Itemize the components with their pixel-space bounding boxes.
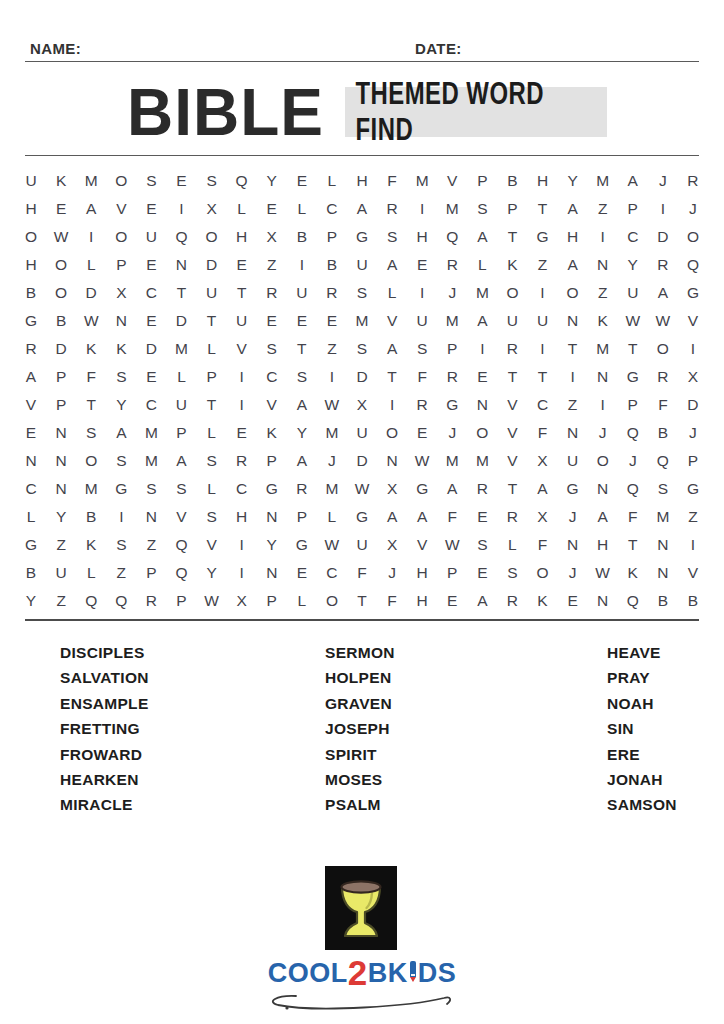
grid-cell-r12c8[interactable]: C (227, 475, 257, 503)
grid-cell-r11c14[interactable]: W (407, 447, 437, 475)
grid-cell-r8c18[interactable]: T (527, 363, 557, 391)
grid-cell-r6c13[interactable]: V (377, 307, 407, 335)
grid-cell-r16c22[interactable]: B (648, 587, 678, 615)
grid-cell-r7c6[interactable]: M (166, 335, 196, 363)
grid-cell-r10c22[interactable]: B (648, 419, 678, 447)
grid-cell-r1c14[interactable]: M (407, 167, 437, 195)
grid-cell-r2c17[interactable]: P (497, 195, 527, 223)
grid-cell-r6c1[interactable]: G (16, 307, 46, 335)
grid-cell-r12c15[interactable]: A (437, 475, 467, 503)
grid-cell-r13c13[interactable]: A (377, 503, 407, 531)
grid-cell-r6c14[interactable]: U (407, 307, 437, 335)
grid-cell-r1c7[interactable]: S (197, 167, 227, 195)
grid-cell-r6c17[interactable]: U (497, 307, 527, 335)
grid-cell-r6c5[interactable]: E (136, 307, 166, 335)
grid-cell-r3c19[interactable]: H (558, 223, 588, 251)
grid-cell-r1c23[interactable]: R (678, 167, 708, 195)
site-logo[interactable]: COOL2BKDS (0, 953, 724, 993)
grid-cell-r10c23[interactable]: J (678, 419, 708, 447)
grid-cell-r8c4[interactable]: S (106, 363, 136, 391)
grid-cell-r13c10[interactable]: P (287, 503, 317, 531)
grid-cell-r10c21[interactable]: Q (618, 419, 648, 447)
grid-cell-r4c4[interactable]: P (106, 251, 136, 279)
grid-cell-r9c14[interactable]: R (407, 391, 437, 419)
grid-cell-r1c20[interactable]: M (588, 167, 618, 195)
grid-cell-r3c1[interactable]: O (16, 223, 46, 251)
grid-cell-r12c23[interactable]: G (678, 475, 708, 503)
grid-cell-r7c19[interactable]: T (558, 335, 588, 363)
grid-cell-r14c3[interactable]: K (76, 531, 106, 559)
grid-cell-r15c8[interactable]: I (227, 559, 257, 587)
grid-cell-r4c1[interactable]: H (16, 251, 46, 279)
grid-cell-r16c3[interactable]: Q (76, 587, 106, 615)
grid-cell-r5c12[interactable]: S (347, 279, 377, 307)
grid-cell-r12c10[interactable]: R (287, 475, 317, 503)
grid-cell-r2c12[interactable]: A (347, 195, 377, 223)
grid-cell-r4c13[interactable]: A (377, 251, 407, 279)
grid-cell-r16c18[interactable]: K (527, 587, 557, 615)
grid-cell-r10c20[interactable]: J (588, 419, 618, 447)
grid-cell-r3c5[interactable]: U (136, 223, 166, 251)
grid-cell-r12c5[interactable]: S (136, 475, 166, 503)
grid-cell-r11c21[interactable]: J (618, 447, 648, 475)
grid-cell-r3c3[interactable]: I (76, 223, 106, 251)
grid-cell-r5c20[interactable]: Z (588, 279, 618, 307)
grid-cell-r16c7[interactable]: W (197, 587, 227, 615)
grid-cell-r16c5[interactable]: R (136, 587, 166, 615)
grid-cell-r15c18[interactable]: O (527, 559, 557, 587)
grid-cell-r11c17[interactable]: V (497, 447, 527, 475)
grid-cell-r15c12[interactable]: F (347, 559, 377, 587)
grid-cell-r14c11[interactable]: W (317, 531, 347, 559)
grid-cell-r1c13[interactable]: F (377, 167, 407, 195)
grid-cell-r10c2[interactable]: N (46, 419, 76, 447)
grid-cell-r14c20[interactable]: H (588, 531, 618, 559)
grid-cell-r2c15[interactable]: M (437, 195, 467, 223)
grid-cell-r6c3[interactable]: W (76, 307, 106, 335)
grid-cell-r11c3[interactable]: O (76, 447, 106, 475)
grid-cell-r3c14[interactable]: H (407, 223, 437, 251)
grid-cell-r16c23[interactable]: B (678, 587, 708, 615)
grid-cell-r7c1[interactable]: R (16, 335, 46, 363)
grid-cell-r8c5[interactable]: E (136, 363, 166, 391)
grid-cell-r13c3[interactable]: B (76, 503, 106, 531)
grid-cell-r11c4[interactable]: S (106, 447, 136, 475)
grid-cell-r8c2[interactable]: P (46, 363, 76, 391)
grid-cell-r7c12[interactable]: S (347, 335, 377, 363)
grid-cell-r12c19[interactable]: G (558, 475, 588, 503)
grid-cell-r4c14[interactable]: E (407, 251, 437, 279)
grid-cell-r13c11[interactable]: L (317, 503, 347, 531)
grid-cell-r4c15[interactable]: R (437, 251, 467, 279)
grid-cell-r5c19[interactable]: O (558, 279, 588, 307)
grid-cell-r14c23[interactable]: I (678, 531, 708, 559)
grid-cell-r3c23[interactable]: O (678, 223, 708, 251)
grid-cell-r5c4[interactable]: X (106, 279, 136, 307)
grid-cell-r3c9[interactable]: X (257, 223, 287, 251)
grid-cell-r6c18[interactable]: U (527, 307, 557, 335)
grid-cell-r10c11[interactable]: M (317, 419, 347, 447)
grid-cell-r1c6[interactable]: E (166, 167, 196, 195)
grid-cell-r5c3[interactable]: D (76, 279, 106, 307)
grid-cell-r15c1[interactable]: B (16, 559, 46, 587)
grid-cell-r16c2[interactable]: Z (46, 587, 76, 615)
grid-cell-r16c16[interactable]: A (467, 587, 497, 615)
grid-cell-r16c20[interactable]: N (588, 587, 618, 615)
grid-cell-r9c20[interactable]: I (588, 391, 618, 419)
grid-cell-r4c9[interactable]: Z (257, 251, 287, 279)
grid-cell-r9c10[interactable]: A (287, 391, 317, 419)
grid-cell-r3c16[interactable]: A (467, 223, 497, 251)
grid-cell-r11c22[interactable]: Q (648, 447, 678, 475)
grid-cell-r2c2[interactable]: E (46, 195, 76, 223)
grid-cell-r16c10[interactable]: L (287, 587, 317, 615)
grid-cell-r3c17[interactable]: T (497, 223, 527, 251)
grid-cell-r11c11[interactable]: J (317, 447, 347, 475)
grid-cell-r12c1[interactable]: C (16, 475, 46, 503)
grid-cell-r3c15[interactable]: Q (437, 223, 467, 251)
grid-cell-r11c5[interactable]: M (136, 447, 166, 475)
grid-cell-r15c20[interactable]: W (588, 559, 618, 587)
grid-cell-r5c2[interactable]: O (46, 279, 76, 307)
grid-cell-r12c4[interactable]: G (106, 475, 136, 503)
grid-cell-r12c16[interactable]: R (467, 475, 497, 503)
grid-cell-r12c22[interactable]: S (648, 475, 678, 503)
grid-cell-r6c11[interactable]: E (317, 307, 347, 335)
grid-cell-r8c23[interactable]: X (678, 363, 708, 391)
grid-cell-r9c11[interactable]: W (317, 391, 347, 419)
grid-cell-r16c12[interactable]: T (347, 587, 377, 615)
grid-cell-r7c18[interactable]: I (527, 335, 557, 363)
grid-cell-r7c2[interactable]: D (46, 335, 76, 363)
grid-cell-r16c4[interactable]: Q (106, 587, 136, 615)
grid-cell-r12c9[interactable]: G (257, 475, 287, 503)
grid-cell-r13c6[interactable]: V (166, 503, 196, 531)
grid-cell-r9c15[interactable]: G (437, 391, 467, 419)
grid-cell-r12c6[interactable]: S (166, 475, 196, 503)
grid-cell-r14c22[interactable]: N (648, 531, 678, 559)
grid-cell-r13c7[interactable]: S (197, 503, 227, 531)
grid-cell-r5c6[interactable]: T (166, 279, 196, 307)
grid-cell-r5c11[interactable]: R (317, 279, 347, 307)
grid-cell-r9c6[interactable]: U (166, 391, 196, 419)
grid-cell-r13c12[interactable]: G (347, 503, 377, 531)
grid-cell-r7c9[interactable]: S (257, 335, 287, 363)
grid-cell-r2c22[interactable]: I (648, 195, 678, 223)
grid-cell-r8c6[interactable]: L (166, 363, 196, 391)
grid-cell-r12c12[interactable]: W (347, 475, 377, 503)
grid-cell-r10c3[interactable]: S (76, 419, 106, 447)
grid-cell-r10c4[interactable]: A (106, 419, 136, 447)
grid-cell-r10c16[interactable]: O (467, 419, 497, 447)
grid-cell-r13c9[interactable]: N (257, 503, 287, 531)
grid-cell-r16c13[interactable]: F (377, 587, 407, 615)
grid-cell-r5c8[interactable]: T (227, 279, 257, 307)
grid-cell-r8c9[interactable]: C (257, 363, 287, 391)
grid-cell-r16c14[interactable]: H (407, 587, 437, 615)
grid-cell-r13c17[interactable]: R (497, 503, 527, 531)
grid-cell-r15c22[interactable]: N (648, 559, 678, 587)
grid-cell-r12c20[interactable]: N (588, 475, 618, 503)
grid-cell-r10c1[interactable]: E (16, 419, 46, 447)
grid-cell-r1c9[interactable]: Y (257, 167, 287, 195)
grid-cell-r9c18[interactable]: C (527, 391, 557, 419)
grid-cell-r13c18[interactable]: X (527, 503, 557, 531)
grid-cell-r14c16[interactable]: S (467, 531, 497, 559)
grid-cell-r14c6[interactable]: Q (166, 531, 196, 559)
grid-cell-r12c3[interactable]: M (76, 475, 106, 503)
grid-cell-r1c3[interactable]: M (76, 167, 106, 195)
grid-cell-r5c5[interactable]: C (136, 279, 166, 307)
grid-cell-r15c19[interactable]: J (558, 559, 588, 587)
grid-cell-r14c7[interactable]: V (197, 531, 227, 559)
grid-cell-r2c7[interactable]: X (197, 195, 227, 223)
grid-cell-r2c11[interactable]: C (317, 195, 347, 223)
grid-cell-r9c8[interactable]: I (227, 391, 257, 419)
grid-cell-r15c23[interactable]: V (678, 559, 708, 587)
grid-cell-r5c13[interactable]: L (377, 279, 407, 307)
grid-cell-r10c14[interactable]: E (407, 419, 437, 447)
grid-cell-r10c18[interactable]: F (527, 419, 557, 447)
grid-cell-r13c14[interactable]: A (407, 503, 437, 531)
grid-cell-r1c18[interactable]: H (527, 167, 557, 195)
grid-cell-r7c23[interactable]: I (678, 335, 708, 363)
grid-cell-r2c3[interactable]: A (76, 195, 106, 223)
grid-cell-r14c21[interactable]: T (618, 531, 648, 559)
grid-cell-r7c4[interactable]: K (106, 335, 136, 363)
grid-cell-r6c9[interactable]: E (257, 307, 287, 335)
grid-cell-r1c12[interactable]: H (347, 167, 377, 195)
grid-cell-r8c19[interactable]: I (558, 363, 588, 391)
grid-cell-r14c1[interactable]: G (16, 531, 46, 559)
grid-cell-r15c13[interactable]: J (377, 559, 407, 587)
grid-cell-r15c17[interactable]: S (497, 559, 527, 587)
grid-cell-r8c8[interactable]: I (227, 363, 257, 391)
grid-cell-r9c21[interactable]: P (618, 391, 648, 419)
grid-cell-r5c23[interactable]: G (678, 279, 708, 307)
grid-cell-r5c21[interactable]: U (618, 279, 648, 307)
grid-cell-r9c22[interactable]: F (648, 391, 678, 419)
grid-cell-r14c2[interactable]: Z (46, 531, 76, 559)
grid-cell-r1c1[interactable]: U (16, 167, 46, 195)
grid-cell-r2c1[interactable]: H (16, 195, 46, 223)
grid-cell-r12c21[interactable]: Q (618, 475, 648, 503)
grid-cell-r11c2[interactable]: N (46, 447, 76, 475)
grid-cell-r15c14[interactable]: H (407, 559, 437, 587)
grid-cell-r14c10[interactable]: G (287, 531, 317, 559)
grid-cell-r10c9[interactable]: K (257, 419, 287, 447)
grid-cell-r3c21[interactable]: C (618, 223, 648, 251)
grid-cell-r16c17[interactable]: R (497, 587, 527, 615)
grid-cell-r7c3[interactable]: K (76, 335, 106, 363)
grid-cell-r13c21[interactable]: F (618, 503, 648, 531)
grid-cell-r1c2[interactable]: K (46, 167, 76, 195)
grid-cell-r8c15[interactable]: R (437, 363, 467, 391)
grid-cell-r16c8[interactable]: X (227, 587, 257, 615)
grid-cell-r2c4[interactable]: V (106, 195, 136, 223)
grid-cell-r1c22[interactable]: J (648, 167, 678, 195)
grid-cell-r8c21[interactable]: G (618, 363, 648, 391)
grid-cell-r5c1[interactable]: B (16, 279, 46, 307)
grid-cell-r4c16[interactable]: L (467, 251, 497, 279)
grid-cell-r14c5[interactable]: Z (136, 531, 166, 559)
grid-cell-r6c15[interactable]: M (437, 307, 467, 335)
grid-cell-r3c2[interactable]: W (46, 223, 76, 251)
grid-cell-r7c20[interactable]: M (588, 335, 618, 363)
grid-cell-r15c9[interactable]: N (257, 559, 287, 587)
grid-cell-r12c2[interactable]: N (46, 475, 76, 503)
grid-cell-r12c18[interactable]: A (527, 475, 557, 503)
grid-cell-r6c16[interactable]: A (467, 307, 497, 335)
grid-cell-r13c15[interactable]: F (437, 503, 467, 531)
grid-cell-r9c17[interactable]: V (497, 391, 527, 419)
grid-cell-r12c7[interactable]: L (197, 475, 227, 503)
grid-cell-r14c4[interactable]: S (106, 531, 136, 559)
grid-cell-r8c13[interactable]: T (377, 363, 407, 391)
grid-cell-r4c18[interactable]: Z (527, 251, 557, 279)
grid-cell-r7c17[interactable]: R (497, 335, 527, 363)
grid-cell-r11c9[interactable]: P (257, 447, 287, 475)
grid-cell-r13c1[interactable]: L (16, 503, 46, 531)
grid-cell-r6c10[interactable]: E (287, 307, 317, 335)
grid-cell-r7c15[interactable]: P (437, 335, 467, 363)
grid-cell-r9c9[interactable]: V (257, 391, 287, 419)
grid-cell-r11c16[interactable]: M (467, 447, 497, 475)
grid-cell-r11c12[interactable]: D (347, 447, 377, 475)
grid-cell-r6c7[interactable]: T (197, 307, 227, 335)
grid-cell-r10c19[interactable]: N (558, 419, 588, 447)
grid-cell-r5c14[interactable]: I (407, 279, 437, 307)
grid-cell-r14c8[interactable]: I (227, 531, 257, 559)
grid-cell-r4c6[interactable]: N (166, 251, 196, 279)
grid-cell-r14c14[interactable]: V (407, 531, 437, 559)
grid-cell-r12c14[interactable]: G (407, 475, 437, 503)
grid-cell-r2c21[interactable]: P (618, 195, 648, 223)
grid-cell-r2c5[interactable]: E (136, 195, 166, 223)
grid-cell-r10c12[interactable]: U (347, 419, 377, 447)
grid-cell-r3c12[interactable]: G (347, 223, 377, 251)
grid-cell-r2c13[interactable]: R (377, 195, 407, 223)
grid-cell-r5c7[interactable]: U (197, 279, 227, 307)
grid-cell-r11c8[interactable]: R (227, 447, 257, 475)
grid-cell-r7c16[interactable]: I (467, 335, 497, 363)
grid-cell-r4c2[interactable]: O (46, 251, 76, 279)
grid-cell-r11c15[interactable]: M (437, 447, 467, 475)
grid-cell-r4c22[interactable]: R (648, 251, 678, 279)
grid-cell-r4c3[interactable]: L (76, 251, 106, 279)
grid-cell-r7c8[interactable]: V (227, 335, 257, 363)
grid-cell-r3c13[interactable]: S (377, 223, 407, 251)
grid-cell-r4c11[interactable]: B (317, 251, 347, 279)
grid-cell-r2c23[interactable]: J (678, 195, 708, 223)
grid-cell-r5c9[interactable]: R (257, 279, 287, 307)
grid-cell-r16c9[interactable]: P (257, 587, 287, 615)
grid-cell-r5c18[interactable]: I (527, 279, 557, 307)
grid-cell-r13c4[interactable]: I (106, 503, 136, 531)
grid-cell-r15c2[interactable]: U (46, 559, 76, 587)
grid-cell-r2c14[interactable]: I (407, 195, 437, 223)
grid-cell-r12c17[interactable]: T (497, 475, 527, 503)
grid-cell-r1c4[interactable]: O (106, 167, 136, 195)
grid-cell-r4c20[interactable]: N (588, 251, 618, 279)
grid-cell-r1c21[interactable]: A (618, 167, 648, 195)
grid-cell-r11c7[interactable]: S (197, 447, 227, 475)
grid-cell-r10c8[interactable]: E (227, 419, 257, 447)
grid-cell-r2c16[interactable]: S (467, 195, 497, 223)
grid-cell-r2c20[interactable]: Z (588, 195, 618, 223)
grid-cell-r14c13[interactable]: X (377, 531, 407, 559)
grid-cell-r16c21[interactable]: Q (618, 587, 648, 615)
grid-cell-r3c10[interactable]: B (287, 223, 317, 251)
grid-cell-r4c21[interactable]: Y (618, 251, 648, 279)
grid-cell-r4c23[interactable]: Q (678, 251, 708, 279)
grid-cell-r9c12[interactable]: X (347, 391, 377, 419)
grid-cell-r15c7[interactable]: Y (197, 559, 227, 587)
grid-cell-r3c6[interactable]: Q (166, 223, 196, 251)
grid-cell-r2c19[interactable]: A (558, 195, 588, 223)
grid-cell-r1c17[interactable]: B (497, 167, 527, 195)
grid-cell-r9c19[interactable]: Z (558, 391, 588, 419)
grid-cell-r8c12[interactable]: D (347, 363, 377, 391)
grid-cell-r14c15[interactable]: W (437, 531, 467, 559)
grid-cell-r14c17[interactable]: L (497, 531, 527, 559)
grid-cell-r14c19[interactable]: N (558, 531, 588, 559)
grid-cell-r11c13[interactable]: N (377, 447, 407, 475)
grid-cell-r7c7[interactable]: L (197, 335, 227, 363)
grid-cell-r8c20[interactable]: N (588, 363, 618, 391)
grid-cell-r12c11[interactable]: M (317, 475, 347, 503)
grid-cell-r6c21[interactable]: W (618, 307, 648, 335)
grid-cell-r7c14[interactable]: S (407, 335, 437, 363)
grid-cell-r6c23[interactable]: V (678, 307, 708, 335)
grid-cell-r2c18[interactable]: T (527, 195, 557, 223)
grid-cell-r1c11[interactable]: L (317, 167, 347, 195)
grid-cell-r8c14[interactable]: F (407, 363, 437, 391)
grid-cell-r3c4[interactable]: O (106, 223, 136, 251)
grid-cell-r10c7[interactable]: L (197, 419, 227, 447)
grid-cell-r13c8[interactable]: H (227, 503, 257, 531)
grid-cell-r14c9[interactable]: Y (257, 531, 287, 559)
grid-cell-r15c4[interactable]: Z (106, 559, 136, 587)
grid-cell-r9c23[interactable]: D (678, 391, 708, 419)
grid-cell-r10c15[interactable]: J (437, 419, 467, 447)
grid-cell-r5c17[interactable]: O (497, 279, 527, 307)
grid-cell-r2c10[interactable]: L (287, 195, 317, 223)
grid-cell-r15c16[interactable]: E (467, 559, 497, 587)
grid-cell-r7c11[interactable]: Z (317, 335, 347, 363)
grid-cell-r10c13[interactable]: O (377, 419, 407, 447)
grid-cell-r3c7[interactable]: O (197, 223, 227, 251)
grid-cell-r13c20[interactable]: A (588, 503, 618, 531)
grid-cell-r15c5[interactable]: P (136, 559, 166, 587)
grid-cell-r6c12[interactable]: M (347, 307, 377, 335)
grid-cell-r4c8[interactable]: E (227, 251, 257, 279)
grid-cell-r11c10[interactable]: A (287, 447, 317, 475)
grid-cell-r14c18[interactable]: F (527, 531, 557, 559)
grid-cell-r3c8[interactable]: H (227, 223, 257, 251)
grid-cell-r4c7[interactable]: D (197, 251, 227, 279)
grid-cell-r11c6[interactable]: A (166, 447, 196, 475)
grid-cell-r8c7[interactable]: P (197, 363, 227, 391)
grid-cell-r2c6[interactable]: I (166, 195, 196, 223)
grid-cell-r8c10[interactable]: S (287, 363, 317, 391)
grid-cell-r3c20[interactable]: I (588, 223, 618, 251)
grid-cell-r4c19[interactable]: A (558, 251, 588, 279)
grid-cell-r9c16[interactable]: N (467, 391, 497, 419)
grid-cell-r8c3[interactable]: F (76, 363, 106, 391)
grid-cell-r5c15[interactable]: J (437, 279, 467, 307)
grid-cell-r10c6[interactable]: P (166, 419, 196, 447)
